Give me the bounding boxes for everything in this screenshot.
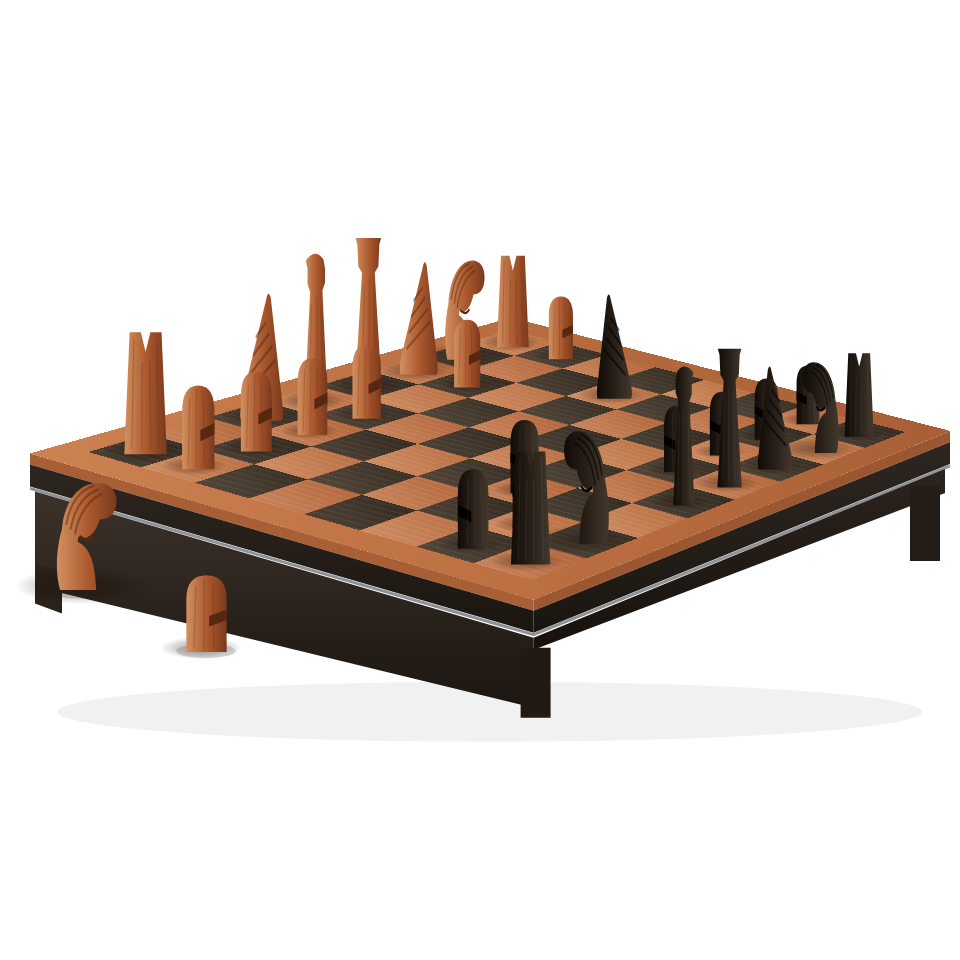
pieces-layer — [0, 0, 960, 960]
piece-white-pawn-f2 — [450, 317, 484, 388]
piece-white-pawn-h2 — [545, 294, 577, 359]
piece-black-bishop-f8 — [754, 357, 796, 470]
piece-black-pawn-a7 — [453, 466, 493, 549]
piece-black-knight-b8 — [551, 426, 617, 544]
piece-white-rook-h1 — [493, 249, 533, 347]
piece-white-pawn-captured — [180, 572, 233, 652]
piece-white-knight-captured — [46, 478, 134, 590]
piece-white-pawn-d2 — [348, 342, 385, 419]
piece-black-knight-g8 — [792, 358, 845, 453]
piece-black-queen-d8 — [664, 361, 704, 506]
piece-white-bishop-f1 — [396, 252, 442, 375]
piece-black-rook-h8 — [841, 347, 877, 437]
piece-white-pawn-c2 — [293, 355, 332, 435]
piece-black-rook-a8 — [506, 443, 555, 564]
piece-black-king-e8 — [709, 335, 751, 487]
piece-black-bishop-g4 — [593, 285, 635, 399]
product-photo-scene — [0, 0, 960, 960]
piece-white-rook-a1 — [119, 323, 172, 454]
piece-white-pawn-a2 — [177, 382, 220, 469]
piece-white-pawn-b2 — [236, 368, 277, 452]
